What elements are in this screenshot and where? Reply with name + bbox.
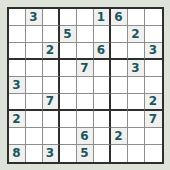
cell-r5c7[interactable] xyxy=(111,77,128,94)
cell-r5c9[interactable] xyxy=(145,77,162,94)
cell-r5c1: 3 xyxy=(9,77,26,94)
cell-r1c2: 3 xyxy=(26,9,43,26)
cell-r9c2[interactable] xyxy=(26,145,43,162)
cell-r4c8: 3 xyxy=(128,60,145,77)
cell-r1c4[interactable] xyxy=(60,9,77,26)
cell-r1c1[interactable] xyxy=(9,9,26,26)
cell-r8c5: 6 xyxy=(77,128,94,145)
cell-r4c3[interactable] xyxy=(43,60,60,77)
cell-r8c6[interactable] xyxy=(94,128,111,145)
cell-r2c7[interactable] xyxy=(111,26,128,43)
cell-r2c3[interactable] xyxy=(43,26,60,43)
cell-r2c2[interactable] xyxy=(26,26,43,43)
cell-r5c5[interactable] xyxy=(77,77,94,94)
cell-r9c3: 3 xyxy=(43,145,60,162)
cell-r8c9[interactable] xyxy=(145,128,162,145)
cell-r3c2[interactable] xyxy=(26,43,43,60)
cell-r6c4[interactable] xyxy=(60,94,77,111)
cell-r9c4[interactable] xyxy=(60,145,77,162)
cell-r3c4[interactable] xyxy=(60,43,77,60)
cell-r6c1[interactable] xyxy=(9,94,26,111)
cell-r3c3: 2 xyxy=(43,43,60,60)
cell-r2c6[interactable] xyxy=(94,26,111,43)
cell-r8c4[interactable] xyxy=(60,128,77,145)
cell-r8c8[interactable] xyxy=(128,128,145,145)
cell-r6c7[interactable] xyxy=(111,94,128,111)
cell-r2c8: 2 xyxy=(128,26,145,43)
cell-r4c2[interactable] xyxy=(26,60,43,77)
cell-r7c5[interactable] xyxy=(77,111,94,128)
cell-r9c5: 5 xyxy=(77,145,94,162)
cell-r6c9: 2 xyxy=(145,94,162,111)
cell-r6c2[interactable] xyxy=(26,94,43,111)
sudoku-board: 31652263733722762835 xyxy=(7,7,164,164)
cell-r8c2[interactable] xyxy=(26,128,43,145)
cell-r4c1[interactable] xyxy=(9,60,26,77)
cell-r6c6[interactable] xyxy=(94,94,111,111)
cell-r2c5[interactable] xyxy=(77,26,94,43)
cell-r5c4[interactable] xyxy=(60,77,77,94)
cell-r2c9[interactable] xyxy=(145,26,162,43)
cell-r9c9[interactable] xyxy=(145,145,162,162)
cell-r8c7: 2 xyxy=(111,128,128,145)
cell-r8c1[interactable] xyxy=(9,128,26,145)
cell-r3c9: 3 xyxy=(145,43,162,60)
cell-r3c1[interactable] xyxy=(9,43,26,60)
cell-r9c6[interactable] xyxy=(94,145,111,162)
cell-r4c9[interactable] xyxy=(145,60,162,77)
cell-r5c3[interactable] xyxy=(43,77,60,94)
cell-r4c7[interactable] xyxy=(111,60,128,77)
cell-r4c6[interactable] xyxy=(94,60,111,77)
cell-r9c1: 8 xyxy=(9,145,26,162)
cell-r7c1: 2 xyxy=(9,111,26,128)
cell-r7c6[interactable] xyxy=(94,111,111,128)
cell-r8c3[interactable] xyxy=(43,128,60,145)
cell-r3c5[interactable] xyxy=(77,43,94,60)
cell-r6c5[interactable] xyxy=(77,94,94,111)
cell-r7c9: 7 xyxy=(145,111,162,128)
cell-r5c2[interactable] xyxy=(26,77,43,94)
page-background: 31652263733722762835 xyxy=(0,0,170,170)
cell-r3c8[interactable] xyxy=(128,43,145,60)
cell-r1c3[interactable] xyxy=(43,9,60,26)
cell-r4c4[interactable] xyxy=(60,60,77,77)
cell-r7c4[interactable] xyxy=(60,111,77,128)
cell-r4c5: 7 xyxy=(77,60,94,77)
cell-r6c3: 7 xyxy=(43,94,60,111)
cell-r1c6: 1 xyxy=(94,9,111,26)
cell-r7c7[interactable] xyxy=(111,111,128,128)
cell-r2c1[interactable] xyxy=(9,26,26,43)
cell-r7c8[interactable] xyxy=(128,111,145,128)
cell-r9c7[interactable] xyxy=(111,145,128,162)
cell-r1c5[interactable] xyxy=(77,9,94,26)
cell-r7c3[interactable] xyxy=(43,111,60,128)
cell-r3c6: 6 xyxy=(94,43,111,60)
cell-r3c7[interactable] xyxy=(111,43,128,60)
cell-r1c9[interactable] xyxy=(145,9,162,26)
cell-r2c4: 5 xyxy=(60,26,77,43)
cell-r1c7: 6 xyxy=(111,9,128,26)
cell-r5c8[interactable] xyxy=(128,77,145,94)
cell-r1c8[interactable] xyxy=(128,9,145,26)
cell-r5c6[interactable] xyxy=(94,77,111,94)
cell-r9c8[interactable] xyxy=(128,145,145,162)
cell-r7c2[interactable] xyxy=(26,111,43,128)
cell-r6c8[interactable] xyxy=(128,94,145,111)
